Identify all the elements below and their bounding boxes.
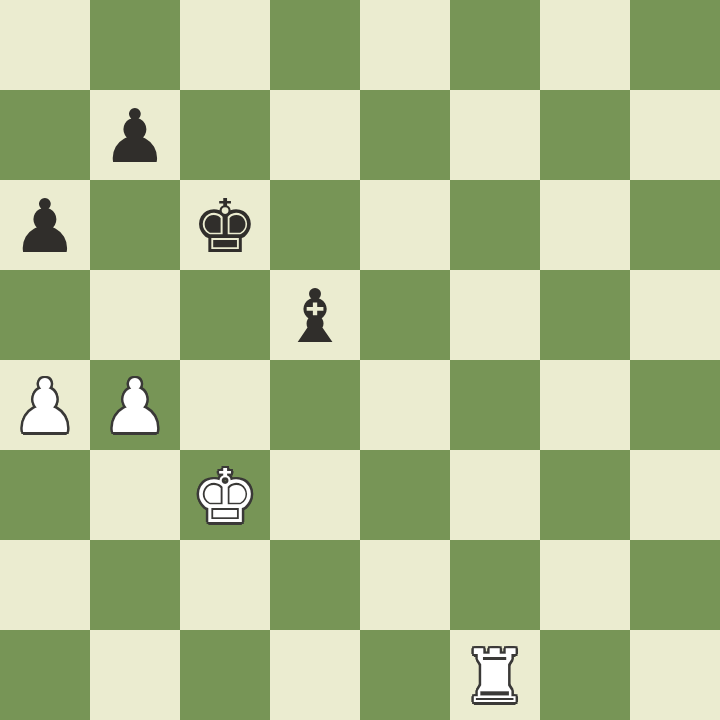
square-h6[interactable] xyxy=(630,180,720,270)
square-e6[interactable] xyxy=(360,180,450,270)
square-d3[interactable] xyxy=(270,450,360,540)
square-b4[interactable]: ♟ xyxy=(90,360,180,450)
chess-board: ♟♟♚♝♟♟♚♜ xyxy=(0,0,720,720)
black-pawn[interactable]: ♟ xyxy=(102,91,168,181)
square-c1[interactable] xyxy=(180,630,270,720)
square-e4[interactable] xyxy=(360,360,450,450)
square-e8[interactable] xyxy=(360,0,450,90)
square-g4[interactable] xyxy=(540,360,630,450)
white-pawn[interactable]: ♟ xyxy=(102,361,168,451)
square-f7[interactable] xyxy=(450,90,540,180)
square-e7[interactable] xyxy=(360,90,450,180)
square-f6[interactable] xyxy=(450,180,540,270)
square-g2[interactable] xyxy=(540,540,630,630)
square-c5[interactable] xyxy=(180,270,270,360)
square-b5[interactable] xyxy=(90,270,180,360)
square-c8[interactable] xyxy=(180,0,270,90)
square-g3[interactable] xyxy=(540,450,630,540)
square-f5[interactable] xyxy=(450,270,540,360)
square-h1[interactable] xyxy=(630,630,720,720)
square-d7[interactable] xyxy=(270,90,360,180)
black-pawn[interactable]: ♟ xyxy=(12,181,78,271)
square-a5[interactable] xyxy=(0,270,90,360)
square-g5[interactable] xyxy=(540,270,630,360)
square-g7[interactable] xyxy=(540,90,630,180)
square-e5[interactable] xyxy=(360,270,450,360)
square-c7[interactable] xyxy=(180,90,270,180)
square-a7[interactable] xyxy=(0,90,90,180)
square-g1[interactable] xyxy=(540,630,630,720)
square-b3[interactable] xyxy=(90,450,180,540)
white-king[interactable]: ♚ xyxy=(192,451,258,541)
square-c2[interactable] xyxy=(180,540,270,630)
white-pawn[interactable]: ♟ xyxy=(12,361,78,451)
square-d5[interactable]: ♝ xyxy=(270,270,360,360)
square-d2[interactable] xyxy=(270,540,360,630)
square-g6[interactable] xyxy=(540,180,630,270)
square-c3[interactable]: ♚ xyxy=(180,450,270,540)
square-h8[interactable] xyxy=(630,0,720,90)
square-g8[interactable] xyxy=(540,0,630,90)
square-b2[interactable] xyxy=(90,540,180,630)
square-b8[interactable] xyxy=(90,0,180,90)
square-f1[interactable]: ♜ xyxy=(450,630,540,720)
square-d1[interactable] xyxy=(270,630,360,720)
square-e3[interactable] xyxy=(360,450,450,540)
square-a8[interactable] xyxy=(0,0,90,90)
square-h7[interactable] xyxy=(630,90,720,180)
square-h3[interactable] xyxy=(630,450,720,540)
square-a1[interactable] xyxy=(0,630,90,720)
square-e2[interactable] xyxy=(360,540,450,630)
square-d8[interactable] xyxy=(270,0,360,90)
square-h2[interactable] xyxy=(630,540,720,630)
square-b7[interactable]: ♟ xyxy=(90,90,180,180)
white-rook[interactable]: ♜ xyxy=(462,631,528,720)
square-a3[interactable] xyxy=(0,450,90,540)
square-c4[interactable] xyxy=(180,360,270,450)
square-h4[interactable] xyxy=(630,360,720,450)
square-d4[interactable] xyxy=(270,360,360,450)
black-king[interactable]: ♚ xyxy=(192,181,258,271)
square-c6[interactable]: ♚ xyxy=(180,180,270,270)
square-f4[interactable] xyxy=(450,360,540,450)
square-h5[interactable] xyxy=(630,270,720,360)
square-e1[interactable] xyxy=(360,630,450,720)
black-bishop[interactable]: ♝ xyxy=(282,271,348,361)
square-f8[interactable] xyxy=(450,0,540,90)
square-d6[interactable] xyxy=(270,180,360,270)
square-a6[interactable]: ♟ xyxy=(0,180,90,270)
square-b1[interactable] xyxy=(90,630,180,720)
square-b6[interactable] xyxy=(90,180,180,270)
square-f3[interactable] xyxy=(450,450,540,540)
square-a2[interactable] xyxy=(0,540,90,630)
square-f2[interactable] xyxy=(450,540,540,630)
square-a4[interactable]: ♟ xyxy=(0,360,90,450)
